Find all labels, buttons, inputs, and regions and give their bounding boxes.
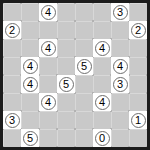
cell-r6c2[interactable] (39, 111, 57, 129)
clue-circle: 0 (95, 131, 110, 146)
cell-r6c4[interactable] (75, 111, 93, 129)
cell-r4c6: 3 (111, 75, 129, 93)
clue-circle: 3 (113, 5, 128, 20)
clue-circle: 4 (41, 41, 56, 56)
clue-number: 4 (27, 78, 33, 89)
cell-r2c2: 4 (39, 39, 57, 57)
clue-circle: 3 (113, 77, 128, 92)
cell-r0c1[interactable] (21, 3, 39, 21)
cell-r7c0[interactable] (3, 129, 21, 147)
board-grid: 432244454453443150 (3, 3, 147, 147)
clue-number: 4 (99, 96, 105, 107)
clue-circle: 4 (95, 95, 110, 110)
cell-r5c5: 4 (93, 93, 111, 111)
cell-r2c5: 4 (93, 39, 111, 57)
cell-r3c6: 4 (111, 57, 129, 75)
clue-circle: 4 (41, 95, 56, 110)
clue-number: 1 (135, 114, 141, 125)
cell-r7c5: 0 (93, 129, 111, 147)
cell-r2c0[interactable] (3, 39, 21, 57)
cell-r7c6[interactable] (111, 129, 129, 147)
cell-r2c1[interactable] (21, 39, 39, 57)
cell-r4c1: 4 (21, 75, 39, 93)
cell-r0c2: 4 (39, 3, 57, 21)
clue-number: 3 (117, 6, 123, 17)
clue-number: 4 (45, 6, 51, 17)
cell-r5c4[interactable] (75, 93, 93, 111)
cell-r1c2[interactable] (39, 21, 57, 39)
cell-r5c0[interactable] (3, 93, 21, 111)
clue-number: 4 (45, 42, 51, 53)
clue-number: 4 (45, 96, 51, 107)
cell-r7c3[interactable] (57, 129, 75, 147)
cell-r0c6: 3 (111, 3, 129, 21)
cell-r3c4: 5 (75, 57, 93, 75)
cell-r1c3[interactable] (57, 21, 75, 39)
cell-r4c2[interactable] (39, 75, 57, 93)
clue-number: 3 (9, 114, 15, 125)
clue-circle: 2 (5, 23, 20, 38)
cell-r4c0[interactable] (3, 75, 21, 93)
cell-r6c1[interactable] (21, 111, 39, 129)
cell-r1c4[interactable] (75, 21, 93, 39)
cell-r6c0: 3 (3, 111, 21, 129)
cell-r1c5[interactable] (93, 21, 111, 39)
clue-number: 5 (63, 78, 69, 89)
cell-r4c3: 5 (57, 75, 75, 93)
cell-r0c5[interactable] (93, 3, 111, 21)
cell-r3c3[interactable] (57, 57, 75, 75)
cell-r4c5[interactable] (93, 75, 111, 93)
clue-circle: 5 (23, 131, 38, 146)
cell-r6c3[interactable] (57, 111, 75, 129)
clue-circle: 5 (59, 77, 74, 92)
clue-number: 3 (117, 78, 123, 89)
clue-number: 5 (27, 132, 33, 143)
clue-number: 4 (117, 60, 123, 71)
cell-r1c0: 2 (3, 21, 21, 39)
clue-number: 4 (27, 60, 33, 71)
cell-r2c6[interactable] (111, 39, 129, 57)
cell-r4c4[interactable] (75, 75, 93, 93)
cell-r0c3[interactable] (57, 3, 75, 21)
cell-r6c6[interactable] (111, 111, 129, 129)
clue-circle: 3 (5, 113, 20, 128)
clue-circle: 4 (95, 41, 110, 56)
clue-circle: 4 (41, 5, 56, 20)
cell-r7c4[interactable] (75, 129, 93, 147)
clue-number: 5 (81, 60, 87, 71)
cell-r2c4[interactable] (75, 39, 93, 57)
cell-r5c6[interactable] (111, 93, 129, 111)
clue-number: 2 (9, 24, 15, 35)
cell-r0c7[interactable] (129, 3, 147, 21)
cell-r0c0[interactable] (3, 3, 21, 21)
cell-r1c7: 2 (129, 21, 147, 39)
cell-r5c1[interactable] (21, 93, 39, 111)
clue-circle: 4 (113, 59, 128, 74)
clue-circle: 4 (23, 59, 38, 74)
clue-number: 2 (135, 24, 141, 35)
cell-r2c3[interactable] (57, 39, 75, 57)
cell-r6c5[interactable] (93, 111, 111, 129)
cell-r3c5[interactable] (93, 57, 111, 75)
cell-r7c1: 5 (21, 129, 39, 147)
cell-r5c3[interactable] (57, 93, 75, 111)
cell-r3c1: 4 (21, 57, 39, 75)
cell-r7c2[interactable] (39, 129, 57, 147)
cell-r2c7[interactable] (129, 39, 147, 57)
cell-r1c6[interactable] (111, 21, 129, 39)
cell-r3c7[interactable] (129, 57, 147, 75)
cell-r7c7[interactable] (129, 129, 147, 147)
cell-r1c1[interactable] (21, 21, 39, 39)
cell-r0c4[interactable] (75, 3, 93, 21)
clue-number: 4 (99, 42, 105, 53)
clue-circle: 1 (131, 113, 146, 128)
cell-r5c2: 4 (39, 93, 57, 111)
clue-circle: 4 (23, 77, 38, 92)
clue-circle: 5 (77, 59, 92, 74)
cell-r4c7[interactable] (129, 75, 147, 93)
clue-number: 0 (99, 132, 105, 143)
kuromasu-board: 432244454453443150 (0, 0, 150, 150)
cell-r3c0[interactable] (3, 57, 21, 75)
cell-r3c2[interactable] (39, 57, 57, 75)
cell-r5c7[interactable] (129, 93, 147, 111)
cell-r6c7: 1 (129, 111, 147, 129)
clue-circle: 2 (131, 23, 146, 38)
